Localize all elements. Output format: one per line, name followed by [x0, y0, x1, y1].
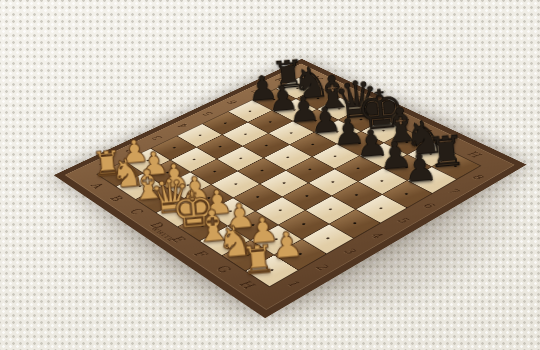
fabric-background: ABCDEFGH ABCDEFGH 12345678 12345678 WHIT… — [0, 0, 540, 350]
white-rook-h1: ♜ — [238, 239, 278, 281]
black-pawn-h7: ♟ — [401, 148, 438, 188]
